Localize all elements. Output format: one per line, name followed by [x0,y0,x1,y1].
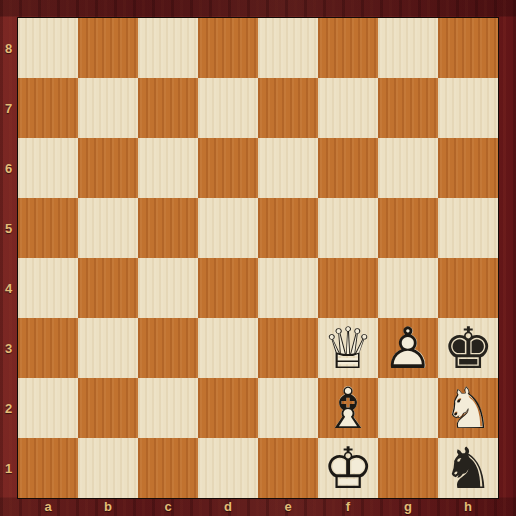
square-b2[interactable] [78,378,138,438]
square-d3[interactable] [198,318,258,378]
rank-label-8: 8 [0,18,17,78]
square-h6[interactable] [438,138,498,198]
square-f6[interactable] [318,138,378,198]
square-f5[interactable] [318,198,378,258]
square-c5[interactable] [138,198,198,258]
square-c3[interactable] [138,318,198,378]
square-c2[interactable] [138,378,198,438]
square-h7[interactable] [438,78,498,138]
square-d7[interactable] [198,78,258,138]
square-a1[interactable] [18,438,78,498]
rank-label-6: 6 [0,138,17,198]
rank-label-3: 3 [0,318,17,378]
square-b7[interactable] [78,78,138,138]
chessboard-frame: ♛♕♟♙♚♝♗♞♘♚♔♞ 87654321abcdefgh [0,0,516,516]
square-e1[interactable] [258,438,318,498]
square-a4[interactable] [18,258,78,318]
square-h2[interactable]: ♞♘ [438,378,498,438]
square-c7[interactable] [138,78,198,138]
file-label-b: b [78,497,138,516]
square-f2[interactable]: ♝♗ [318,378,378,438]
square-a7[interactable] [18,78,78,138]
square-b4[interactable] [78,258,138,318]
square-d2[interactable] [198,378,258,438]
piece-white-bishop[interactable]: ♝♗ [318,378,378,438]
square-e4[interactable] [258,258,318,318]
square-b8[interactable] [78,18,138,78]
square-g3[interactable]: ♟♙ [378,318,438,378]
square-c6[interactable] [138,138,198,198]
square-f8[interactable] [318,18,378,78]
rank-label-5: 5 [0,198,17,258]
square-h1[interactable]: ♞ [438,438,498,498]
file-label-f: f [318,497,378,516]
rank-label-1: 1 [0,438,17,498]
rank-label-7: 7 [0,78,17,138]
file-label-h: h [438,497,498,516]
rank-label-2: 2 [0,378,17,438]
square-h8[interactable] [438,18,498,78]
square-c1[interactable] [138,438,198,498]
black-knight-glyph: ♞ [438,438,498,498]
square-b5[interactable] [78,198,138,258]
file-label-g: g [378,497,438,516]
square-g6[interactable] [378,138,438,198]
square-a5[interactable] [18,198,78,258]
square-g1[interactable] [378,438,438,498]
rank-label-4: 4 [0,258,17,318]
square-f3[interactable]: ♛♕ [318,318,378,378]
square-h5[interactable] [438,198,498,258]
square-f4[interactable] [318,258,378,318]
square-e5[interactable] [258,198,318,258]
piece-black-king[interactable]: ♚ [438,318,498,378]
square-e2[interactable] [258,378,318,438]
square-a3[interactable] [18,318,78,378]
white-pawn-outline-glyph: ♙ [378,318,438,378]
square-g5[interactable] [378,198,438,258]
square-c4[interactable] [138,258,198,318]
file-label-a: a [18,497,78,516]
square-g2[interactable] [378,378,438,438]
square-g8[interactable] [378,18,438,78]
square-a8[interactable] [18,18,78,78]
square-d6[interactable] [198,138,258,198]
square-b6[interactable] [78,138,138,198]
piece-black-knight[interactable]: ♞ [438,438,498,498]
file-label-e: e [258,497,318,516]
square-c8[interactable] [138,18,198,78]
square-e8[interactable] [258,18,318,78]
square-d1[interactable] [198,438,258,498]
black-king-glyph: ♚ [438,318,498,378]
square-g4[interactable] [378,258,438,318]
square-d8[interactable] [198,18,258,78]
square-e6[interactable] [258,138,318,198]
square-e3[interactable] [258,318,318,378]
square-f7[interactable] [318,78,378,138]
square-a2[interactable] [18,378,78,438]
white-king-outline-glyph: ♔ [318,438,378,498]
file-label-c: c [138,497,198,516]
piece-white-king[interactable]: ♚♔ [318,438,378,498]
square-f1[interactable]: ♚♔ [318,438,378,498]
square-d5[interactable] [198,198,258,258]
board: ♛♕♟♙♚♝♗♞♘♚♔♞ [17,17,499,499]
white-queen-outline-glyph: ♕ [318,318,378,378]
white-knight-outline-glyph: ♘ [438,378,498,438]
square-h3[interactable]: ♚ [438,318,498,378]
square-e7[interactable] [258,78,318,138]
file-label-d: d [198,497,258,516]
piece-white-pawn[interactable]: ♟♙ [378,318,438,378]
square-g7[interactable] [378,78,438,138]
white-bishop-outline-glyph: ♗ [318,378,378,438]
square-d4[interactable] [198,258,258,318]
piece-white-knight[interactable]: ♞♘ [438,378,498,438]
square-b1[interactable] [78,438,138,498]
square-h4[interactable] [438,258,498,318]
square-a6[interactable] [18,138,78,198]
square-b3[interactable] [78,318,138,378]
piece-white-queen[interactable]: ♛♕ [318,318,378,378]
